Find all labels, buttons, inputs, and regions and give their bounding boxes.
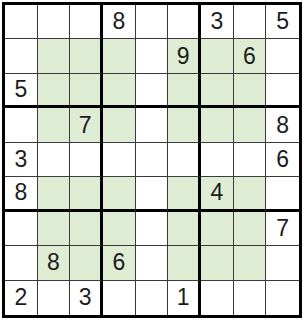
- cell-r9c3[interactable]: 3: [70, 281, 103, 315]
- cell-r5c3[interactable]: [70, 143, 103, 177]
- cell-r8c4[interactable]: 6: [103, 246, 136, 280]
- cell-r1c7[interactable]: 3: [201, 5, 234, 39]
- cell-r5c1[interactable]: 3: [5, 143, 38, 177]
- cell-r4c4[interactable]: [103, 108, 136, 142]
- cell-r9c5[interactable]: [136, 281, 169, 315]
- cell-r1c9[interactable]: 5: [266, 5, 299, 39]
- cell-r7c4[interactable]: [103, 212, 136, 246]
- cell-r6c5[interactable]: [136, 177, 169, 211]
- cell-r1c3[interactable]: [70, 5, 103, 39]
- cell-r9c4[interactable]: [103, 281, 136, 315]
- cell-r5c4[interactable]: [103, 143, 136, 177]
- cell-r2c9[interactable]: [266, 39, 299, 73]
- cell-r5c9[interactable]: 6: [266, 143, 299, 177]
- cell-r4c9[interactable]: 8: [266, 108, 299, 142]
- cell-r4c8[interactable]: [234, 108, 267, 142]
- cell-r2c2[interactable]: [38, 39, 71, 73]
- cell-r7c9[interactable]: 7: [266, 212, 299, 246]
- cell-r3c7[interactable]: [201, 74, 234, 108]
- cell-r1c6[interactable]: [168, 5, 201, 39]
- cell-r5c5[interactable]: [136, 143, 169, 177]
- cell-r6c7[interactable]: 4: [201, 177, 234, 211]
- cell-r9c7[interactable]: [201, 281, 234, 315]
- cell-r3c8[interactable]: [234, 74, 267, 108]
- cell-r4c5[interactable]: [136, 108, 169, 142]
- cell-r7c1[interactable]: [5, 212, 38, 246]
- cell-r9c1[interactable]: 2: [5, 281, 38, 315]
- cell-r5c8[interactable]: [234, 143, 267, 177]
- cell-r2c8[interactable]: 6: [234, 39, 267, 73]
- cell-r6c2[interactable]: [38, 177, 71, 211]
- cell-r6c4[interactable]: [103, 177, 136, 211]
- cell-r5c7[interactable]: [201, 143, 234, 177]
- cell-r4c1[interactable]: [5, 108, 38, 142]
- cell-r1c5[interactable]: [136, 5, 169, 39]
- cell-r4c2[interactable]: [38, 108, 71, 142]
- cell-r5c6[interactable]: [168, 143, 201, 177]
- cell-r8c7[interactable]: [201, 246, 234, 280]
- cell-r9c2[interactable]: [38, 281, 71, 315]
- cell-r6c8[interactable]: [234, 177, 267, 211]
- cell-r3c9[interactable]: [266, 74, 299, 108]
- cell-r2c3[interactable]: [70, 39, 103, 73]
- cell-r1c2[interactable]: [38, 5, 71, 39]
- cell-r9c9[interactable]: [266, 281, 299, 315]
- cell-r7c2[interactable]: [38, 212, 71, 246]
- cell-r8c2[interactable]: 8: [38, 246, 71, 280]
- cell-r6c6[interactable]: [168, 177, 201, 211]
- cell-r4c7[interactable]: [201, 108, 234, 142]
- cell-r2c1[interactable]: [5, 39, 38, 73]
- cell-r7c3[interactable]: [70, 212, 103, 246]
- cell-r4c6[interactable]: [168, 108, 201, 142]
- cell-r4c3[interactable]: 7: [70, 108, 103, 142]
- cell-r3c3[interactable]: [70, 74, 103, 108]
- cell-r1c8[interactable]: [234, 5, 267, 39]
- cell-r6c3[interactable]: [70, 177, 103, 211]
- cell-r8c6[interactable]: [168, 246, 201, 280]
- cell-r3c6[interactable]: [168, 74, 201, 108]
- cell-r8c1[interactable]: [5, 246, 38, 280]
- cell-r7c8[interactable]: [234, 212, 267, 246]
- cell-r1c4[interactable]: 8: [103, 5, 136, 39]
- cell-r2c4[interactable]: [103, 39, 136, 73]
- cell-r8c8[interactable]: [234, 246, 267, 280]
- cell-r1c1[interactable]: [5, 5, 38, 39]
- cell-r2c6[interactable]: 9: [168, 39, 201, 73]
- cell-r7c6[interactable]: [168, 212, 201, 246]
- cell-r8c9[interactable]: [266, 246, 299, 280]
- cell-r9c6[interactable]: 1: [168, 281, 201, 315]
- cell-r6c1[interactable]: 8: [5, 177, 38, 211]
- cell-r7c7[interactable]: [201, 212, 234, 246]
- cell-r3c4[interactable]: [103, 74, 136, 108]
- cell-r3c5[interactable]: [136, 74, 169, 108]
- cell-r7c5[interactable]: [136, 212, 169, 246]
- sudoku-board: 835965783684786231: [2, 2, 302, 318]
- cell-r2c5[interactable]: [136, 39, 169, 73]
- cell-r9c8[interactable]: [234, 281, 267, 315]
- cell-r3c1[interactable]: 5: [5, 74, 38, 108]
- cell-r3c2[interactable]: [38, 74, 71, 108]
- cell-r5c2[interactable]: [38, 143, 71, 177]
- cell-r2c7[interactable]: [201, 39, 234, 73]
- cell-r8c3[interactable]: [70, 246, 103, 280]
- cell-r6c9[interactable]: [266, 177, 299, 211]
- cell-r8c5[interactable]: [136, 246, 169, 280]
